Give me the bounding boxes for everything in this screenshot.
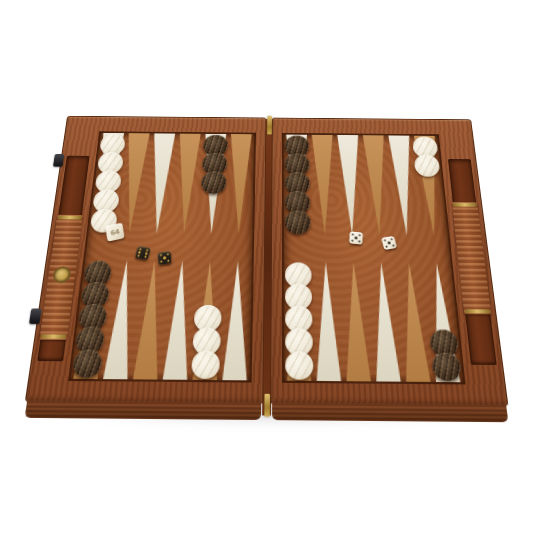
checker-dark[interactable] bbox=[285, 210, 311, 234]
playing-field-right bbox=[282, 133, 466, 385]
brass-cap-icon bbox=[58, 216, 82, 220]
case-latch-top[interactable] bbox=[53, 154, 64, 167]
photo-scene: 64 bbox=[0, 0, 533, 533]
doubling-cube[interactable]: 64 bbox=[106, 223, 125, 242]
checker-white[interactable] bbox=[285, 351, 313, 379]
die-pip bbox=[160, 260, 163, 263]
point-7[interactable] bbox=[220, 259, 252, 380]
white-die-1[interactable] bbox=[349, 231, 363, 244]
die-pip bbox=[164, 257, 167, 260]
die-pip bbox=[138, 254, 141, 257]
die-pip bbox=[385, 245, 388, 248]
point-20[interactable] bbox=[309, 135, 338, 238]
point-triangle bbox=[220, 259, 252, 380]
doubling-cube-value: 64 bbox=[110, 228, 120, 237]
brass-hinge-top bbox=[267, 116, 272, 134]
points-row-bottom-left bbox=[71, 258, 252, 381]
point-triangle bbox=[225, 134, 254, 237]
board-left-half: 64 bbox=[25, 116, 267, 404]
points-row-bottom-right bbox=[284, 259, 463, 382]
brass-cap-icon bbox=[453, 203, 477, 207]
case-front-edge-right bbox=[272, 403, 508, 422]
case-latch-bottom[interactable] bbox=[29, 308, 42, 323]
die-pip bbox=[145, 252, 148, 255]
case-front-edge-left bbox=[25, 401, 262, 420]
die-pip bbox=[351, 233, 354, 236]
tray-lid-right[interactable] bbox=[452, 202, 492, 314]
checker-dark[interactable] bbox=[432, 353, 463, 381]
die-pip bbox=[388, 241, 391, 244]
points-row-top-right bbox=[284, 135, 448, 239]
die-pip bbox=[144, 255, 147, 258]
backgammon-board: 64 bbox=[25, 116, 508, 404]
board-right-half bbox=[270, 118, 509, 407]
die-pip bbox=[390, 238, 393, 241]
point-5[interactable] bbox=[312, 260, 344, 381]
checker-stack bbox=[285, 135, 311, 230]
brass-medallion-icon bbox=[54, 268, 70, 282]
checker-white[interactable] bbox=[191, 351, 220, 379]
white-die-2[interactable] bbox=[382, 236, 398, 250]
checker-stack bbox=[285, 266, 313, 380]
checker-stack bbox=[412, 136, 440, 173]
die-pip bbox=[167, 253, 170, 256]
checker-stack bbox=[191, 309, 222, 379]
checker-stack bbox=[430, 334, 462, 382]
die-pip bbox=[167, 260, 170, 263]
point-17[interactable] bbox=[198, 134, 229, 237]
point-18[interactable] bbox=[225, 134, 254, 237]
die-pip bbox=[358, 233, 361, 236]
brass-cap-icon bbox=[465, 309, 490, 313]
playing-field-left: 64 bbox=[68, 131, 256, 382]
points-row-top-left bbox=[88, 133, 254, 237]
point-6[interactable] bbox=[284, 259, 314, 380]
die-pip bbox=[351, 239, 354, 242]
checker-dark[interactable] bbox=[201, 171, 227, 194]
brass-cap-icon bbox=[41, 334, 67, 338]
point-triangle bbox=[312, 260, 344, 381]
die-pip bbox=[392, 244, 395, 247]
point-8[interactable] bbox=[190, 259, 224, 380]
checker-dark[interactable] bbox=[71, 349, 102, 377]
die-pip bbox=[357, 240, 360, 243]
die-pip bbox=[354, 236, 357, 239]
brass-hinge-bottom bbox=[264, 394, 270, 417]
point-19[interactable] bbox=[284, 135, 311, 238]
die-pip bbox=[138, 251, 141, 254]
checker-white[interactable] bbox=[414, 155, 441, 177]
black-die-2[interactable] bbox=[158, 251, 172, 265]
point-triangle bbox=[309, 135, 338, 238]
checker-stack bbox=[201, 135, 228, 191]
